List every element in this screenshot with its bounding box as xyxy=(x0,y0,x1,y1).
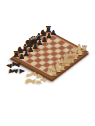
product-photo-chess-set[interactable]: ♜♞♝♛♚♝♞♜♟♟♟♟♟♟♟♟♟♟♟♟♟♟♟♟♜♞♝♛♚♝♞♜ ♟♟♟♟♟♟♝… xyxy=(0,0,95,126)
spare-light-piece: ♜ xyxy=(34,79,41,86)
chess-board xyxy=(11,30,89,80)
spare-dark-piece: ♟ xyxy=(12,67,21,75)
scene: ♜♞♝♛♚♝♞♜♟♟♟♟♟♟♟♟♟♟♟♟♟♟♟♟♜♞♝♛♚♝♞♜ ♟♟♟♟♟♟♝… xyxy=(0,0,95,126)
spare-light-piece: ♝ xyxy=(24,71,33,79)
square xyxy=(47,70,55,75)
spare-dark-piece: ♟ xyxy=(10,61,18,68)
spare-dark-piece: ♟ xyxy=(6,62,14,69)
spare-dark-piece: ♟ xyxy=(17,68,24,75)
spare-light-piece: ♞ xyxy=(24,77,33,85)
spare-dark-piece: ♟ xyxy=(7,67,15,74)
board-squares xyxy=(17,33,83,75)
spare-light-piece: ♟ xyxy=(29,79,37,86)
